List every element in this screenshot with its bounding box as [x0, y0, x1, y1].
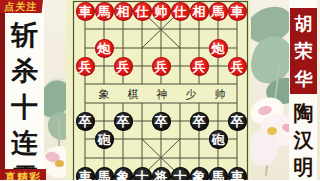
piece-black-士-f5r9[interactable]: 士	[171, 167, 190, 181]
piece-red-仕-f5r0[interactable]: 仕	[171, 2, 190, 21]
piece-black-卒-f4r6[interactable]: 卒	[152, 112, 171, 131]
title-char: 杀	[11, 53, 38, 89]
piece-red-馬-f1r0[interactable]: 馬	[95, 2, 114, 21]
lotus-flower-decoration	[248, 130, 278, 166]
red-player-char: 荣	[295, 39, 313, 63]
piece-red-相-f6r0[interactable]: 相	[190, 2, 209, 21]
title-char: 连	[11, 125, 38, 161]
river-char: 少	[183, 87, 199, 102]
piece-red-兵-f6r3[interactable]: 兵	[190, 57, 209, 76]
piece-red-炮-f7r2[interactable]: 炮	[209, 39, 228, 58]
piece-black-車-f8r9[interactable]: 車	[228, 167, 247, 181]
black-player-name: 陶汉明	[290, 100, 317, 178]
title-char: 十	[11, 89, 38, 125]
piece-black-馬-f7r9[interactable]: 馬	[209, 167, 228, 181]
piece-black-馬-f1r9[interactable]: 馬	[95, 167, 114, 181]
piece-red-仕-f3r0[interactable]: 仕	[133, 2, 152, 21]
red-player-char: 胡	[295, 12, 313, 36]
black-player-char: 明	[294, 154, 314, 180]
river-char: 神	[154, 87, 170, 102]
piece-black-砲-f1r7[interactable]: 砲	[95, 130, 114, 149]
bottom-badge: 真精彩	[0, 169, 46, 180]
river-char: 象	[96, 87, 112, 102]
piece-black-士-f3r9[interactable]: 士	[133, 167, 152, 181]
piece-black-砲-f7r7[interactable]: 砲	[209, 130, 228, 149]
piece-black-卒-f6r6[interactable]: 卒	[190, 112, 209, 131]
piece-red-炮-f1r2[interactable]: 炮	[95, 39, 114, 58]
river-char: 棋	[125, 87, 141, 102]
piece-red-相-f2r0[interactable]: 相	[114, 2, 133, 21]
piece-black-象-f6r9[interactable]: 象	[190, 167, 209, 181]
lotus-center-decoration	[267, 127, 277, 135]
black-player-char: 汉	[294, 127, 314, 154]
title-char: 斩	[11, 17, 38, 53]
lotus-center-decoration	[55, 160, 64, 167]
black-player-char: 陶	[294, 100, 314, 127]
follow-badge[interactable]: 点关注	[0, 0, 43, 13]
piece-black-車-f0r9[interactable]: 車	[76, 167, 95, 181]
piece-black-卒-f0r6[interactable]: 卒	[76, 112, 95, 131]
piece-red-車-f0r0[interactable]: 車	[76, 2, 95, 21]
red-player-char: 华	[295, 67, 313, 91]
piece-red-兵-f0r3[interactable]: 兵	[76, 57, 95, 76]
piece-black-象-f2r9[interactable]: 象	[114, 167, 133, 181]
piece-red-兵-f8r3[interactable]: 兵	[228, 57, 247, 76]
thumbnail-canvas: 象棋神少帅 車馬相仕帅仕相馬車炮炮兵兵兵兵兵卒卒卒卒卒砲砲車馬象士将士象馬車 点…	[0, 0, 320, 180]
river-char: 帅	[212, 87, 228, 102]
piece-black-卒-f2r6[interactable]: 卒	[114, 112, 133, 131]
piece-red-兵-f4r3[interactable]: 兵	[152, 57, 171, 76]
piece-red-兵-f2r3[interactable]: 兵	[114, 57, 133, 76]
red-player-name: 胡荣华	[290, 8, 317, 94]
piece-red-帅-f4r0[interactable]: 帅	[152, 2, 171, 21]
piece-red-車-f8r0[interactable]: 車	[228, 2, 247, 21]
piece-black-卒-f8r6[interactable]: 卒	[228, 112, 247, 131]
piece-red-馬-f7r0[interactable]: 馬	[209, 2, 228, 21]
piece-black-将-f4r9[interactable]: 将	[152, 167, 171, 181]
vertical-title: 斩杀十连霸	[5, 17, 44, 167]
